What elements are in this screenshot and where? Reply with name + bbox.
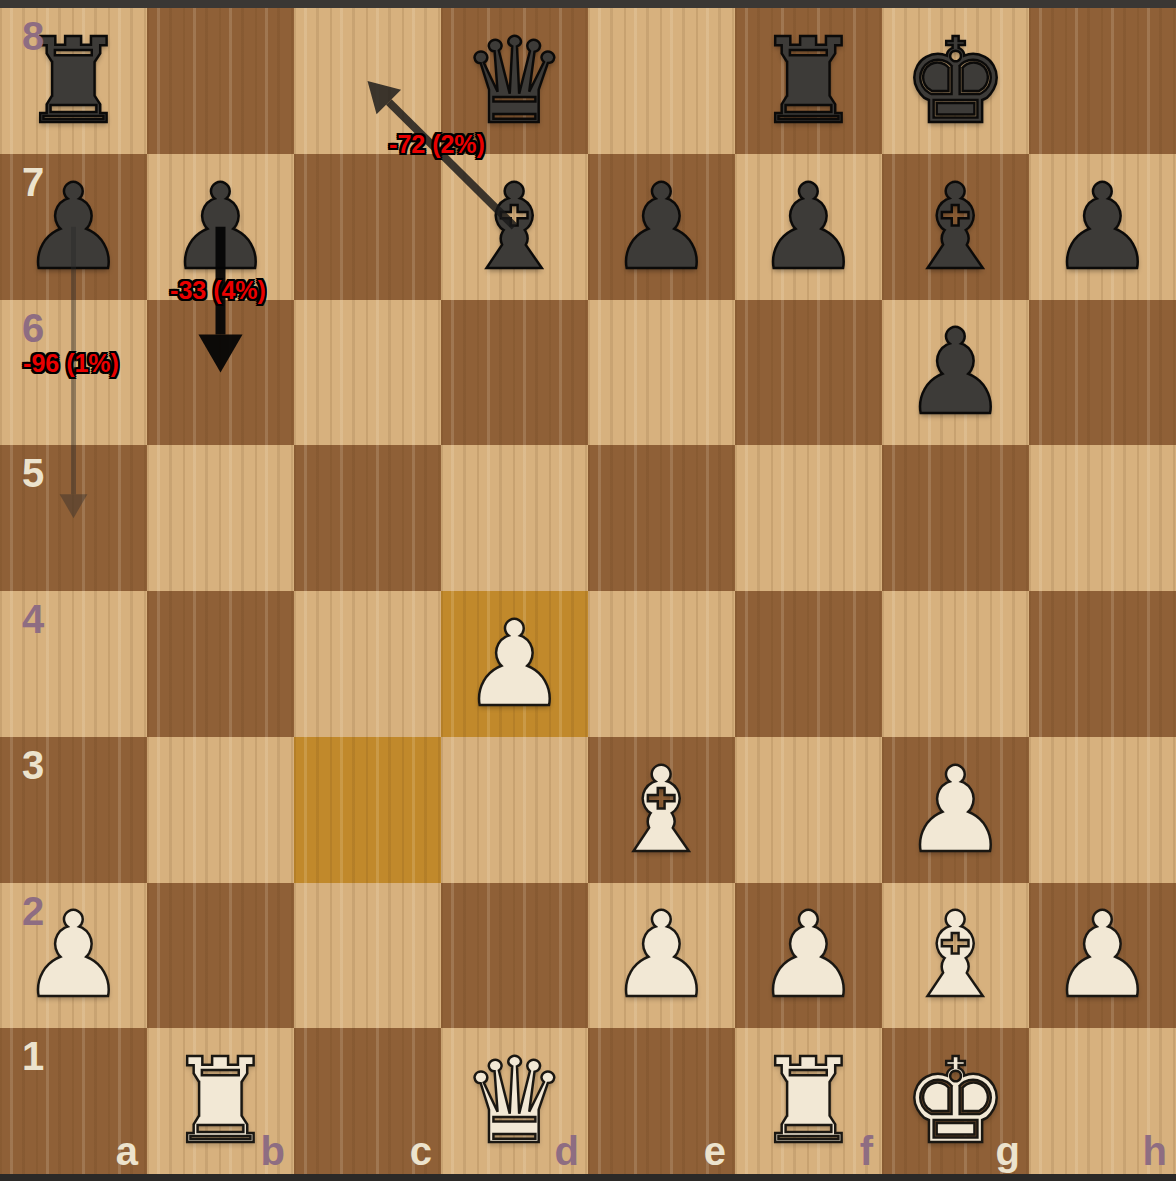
square-e6[interactable]	[588, 300, 735, 446]
square-d3[interactable]	[441, 737, 588, 883]
file-label-g: g	[996, 1131, 1020, 1171]
square-g1[interactable]: g♚	[882, 1028, 1029, 1174]
square-h5[interactable]	[1029, 445, 1176, 591]
square-a8[interactable]: 8♜	[0, 8, 147, 154]
square-b4[interactable]	[147, 591, 294, 737]
square-g3[interactable]: ♟	[882, 737, 1029, 883]
square-a1[interactable]: 1a	[0, 1028, 147, 1174]
black-bishop-g7[interactable]: ♝	[903, 168, 1009, 286]
rank-label-1: 1	[22, 1036, 44, 1076]
rank-label-3: 3	[22, 745, 44, 785]
square-c4[interactable]	[294, 591, 441, 737]
square-d7[interactable]: ♝	[441, 154, 588, 300]
square-c3[interactable]	[294, 737, 441, 883]
chess-app-screenshot: 8♜♛♜♚7♟♟♝♟♟♝♟6♟54♟3♝♟2♟♟♟♝♟1ab♜cd♛ef♜g♚h…	[0, 0, 1176, 1181]
chess-board: 8♜♛♜♚7♟♟♝♟♟♝♟6♟54♟3♝♟2♟♟♟♝♟1ab♜cd♛ef♜g♚h…	[0, 8, 1176, 1174]
square-a2[interactable]: 2♟	[0, 883, 147, 1029]
square-b6[interactable]	[147, 300, 294, 446]
rank-label-4: 4	[22, 599, 44, 639]
square-h7[interactable]: ♟	[1029, 154, 1176, 300]
square-f3[interactable]	[735, 737, 882, 883]
square-e2[interactable]: ♟	[588, 883, 735, 1029]
black-rook-f8[interactable]: ♜	[756, 22, 862, 140]
square-c7[interactable]	[294, 154, 441, 300]
file-label-a: a	[116, 1131, 138, 1171]
square-b1[interactable]: b♜	[147, 1028, 294, 1174]
square-h2[interactable]: ♟	[1029, 883, 1176, 1029]
eval-label-b6: -33 (4%)	[170, 276, 266, 305]
white-bishop-g2[interactable]: ♝	[903, 896, 1009, 1014]
square-e4[interactable]	[588, 591, 735, 737]
square-a7[interactable]: 7♟	[0, 154, 147, 300]
square-d2[interactable]	[441, 883, 588, 1029]
white-king-g1[interactable]: ♚	[903, 1042, 1009, 1160]
eval-label-Bc8: -72 (2%)	[389, 130, 485, 159]
file-label-h: h	[1143, 1131, 1167, 1171]
square-b3[interactable]	[147, 737, 294, 883]
white-rook-f1[interactable]: ♜	[756, 1042, 862, 1160]
eval-label-a5: -96 (1%)	[23, 349, 119, 378]
file-label-d: d	[555, 1131, 579, 1171]
white-pawn-g3[interactable]: ♟	[903, 751, 1009, 869]
square-a5[interactable]: 5	[0, 445, 147, 591]
square-g8[interactable]: ♚	[882, 8, 1029, 154]
square-e7[interactable]: ♟	[588, 154, 735, 300]
board-bottom-edge	[0, 1174, 1176, 1181]
black-queen-d8[interactable]: ♛	[462, 22, 568, 140]
square-g6[interactable]: ♟	[882, 300, 1029, 446]
square-c5[interactable]	[294, 445, 441, 591]
square-b2[interactable]	[147, 883, 294, 1029]
square-f2[interactable]: ♟	[735, 883, 882, 1029]
file-label-c: c	[410, 1131, 432, 1171]
square-h4[interactable]	[1029, 591, 1176, 737]
white-pawn-h2[interactable]: ♟	[1050, 896, 1156, 1014]
square-h8[interactable]	[1029, 8, 1176, 154]
square-f1[interactable]: f♜	[735, 1028, 882, 1174]
square-f7[interactable]: ♟	[735, 154, 882, 300]
square-h1[interactable]: h	[1029, 1028, 1176, 1174]
square-e1[interactable]: e	[588, 1028, 735, 1174]
square-d1[interactable]: d♛	[441, 1028, 588, 1174]
square-f6[interactable]	[735, 300, 882, 446]
rank-label-6: 6	[22, 308, 44, 348]
file-label-b: b	[261, 1131, 285, 1171]
white-pawn-f2[interactable]: ♟	[756, 896, 862, 1014]
file-label-f: f	[860, 1131, 873, 1171]
white-pawn-e2[interactable]: ♟	[609, 896, 715, 1014]
square-d4[interactable]: ♟	[441, 591, 588, 737]
square-b8[interactable]	[147, 8, 294, 154]
black-pawn-g6[interactable]: ♟	[903, 313, 1009, 431]
square-b5[interactable]	[147, 445, 294, 591]
square-c6[interactable]	[294, 300, 441, 446]
square-e5[interactable]	[588, 445, 735, 591]
square-h6[interactable]	[1029, 300, 1176, 446]
square-g7[interactable]: ♝	[882, 154, 1029, 300]
square-e8[interactable]	[588, 8, 735, 154]
white-rook-b1[interactable]: ♜	[168, 1042, 274, 1160]
square-g2[interactable]: ♝	[882, 883, 1029, 1029]
white-bishop-e3[interactable]: ♝	[609, 751, 715, 869]
square-f8[interactable]: ♜	[735, 8, 882, 154]
square-a3[interactable]: 3	[0, 737, 147, 883]
square-d5[interactable]	[441, 445, 588, 591]
square-d6[interactable]	[441, 300, 588, 446]
black-pawn-h7[interactable]: ♟	[1050, 168, 1156, 286]
square-h3[interactable]	[1029, 737, 1176, 883]
rank-label-5: 5	[22, 453, 44, 493]
file-label-e: e	[704, 1131, 726, 1171]
square-g4[interactable]	[882, 591, 1029, 737]
rank-label-2: 2	[22, 891, 44, 931]
white-pawn-d4[interactable]: ♟	[462, 605, 568, 723]
black-bishop-d7[interactable]: ♝	[462, 168, 568, 286]
square-c1[interactable]: c	[294, 1028, 441, 1174]
white-queen-d1[interactable]: ♛	[462, 1042, 568, 1160]
square-c2[interactable]	[294, 883, 441, 1029]
square-g5[interactable]	[882, 445, 1029, 591]
board-top-edge	[0, 0, 1176, 8]
square-a4[interactable]: 4	[0, 591, 147, 737]
black-pawn-e7[interactable]: ♟	[609, 168, 715, 286]
square-f5[interactable]	[735, 445, 882, 591]
square-e3[interactable]: ♝	[588, 737, 735, 883]
rank-label-8: 8	[22, 16, 44, 56]
square-f4[interactable]	[735, 591, 882, 737]
black-king-g8[interactable]: ♚	[903, 22, 1009, 140]
black-pawn-b7[interactable]: ♟	[168, 168, 274, 286]
black-pawn-f7[interactable]: ♟	[756, 168, 862, 286]
rank-label-7: 7	[22, 162, 44, 202]
